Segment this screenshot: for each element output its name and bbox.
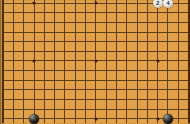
board-intersection[interactable]: [153, 114, 163, 124]
board-intersection[interactable]: [111, 0, 121, 8]
board-intersection[interactable]: [0, 85, 8, 95]
board-intersection[interactable]: [39, 95, 49, 105]
board-intersection[interactable]: [122, 66, 132, 76]
board-intersection[interactable]: [8, 114, 18, 124]
board-intersection[interactable]: [132, 56, 142, 66]
board-intersection[interactable]: [153, 8, 163, 18]
board-intersection[interactable]: [101, 27, 111, 37]
board-intersection[interactable]: [8, 85, 18, 95]
board-intersection[interactable]: [173, 85, 183, 95]
board-intersection[interactable]: [173, 8, 183, 18]
board-intersection[interactable]: [60, 27, 70, 37]
board-intersection[interactable]: [163, 47, 173, 57]
board-intersection[interactable]: [80, 85, 90, 95]
board-intersection[interactable]: [0, 8, 8, 18]
go-board-screenshot: 24: [0, 0, 190, 124]
board-intersection[interactable]: [50, 47, 60, 57]
board-intersection[interactable]: [0, 66, 8, 76]
board-intersection[interactable]: [163, 18, 173, 28]
board-intersection[interactable]: [111, 104, 121, 114]
board-intersection[interactable]: [91, 47, 101, 57]
board-intersection[interactable]: [39, 75, 49, 85]
board-intersection[interactable]: [153, 95, 163, 105]
board-intersection[interactable]: [91, 104, 101, 114]
board-intersection[interactable]: [60, 56, 70, 66]
board-intersection[interactable]: [0, 37, 8, 47]
board-intersection[interactable]: [29, 27, 39, 37]
board-intersection[interactable]: [91, 56, 101, 66]
board-intersection[interactable]: [142, 27, 152, 37]
board-intersection[interactable]: [91, 75, 101, 85]
board-intersection[interactable]: [29, 0, 39, 8]
board-intersection[interactable]: [173, 66, 183, 76]
board-intersection[interactable]: [142, 56, 152, 66]
stone-white-R16: 4: [163, 0, 173, 8]
board-intersection[interactable]: [70, 85, 80, 95]
board-intersection[interactable]: [173, 27, 183, 37]
board-intersection[interactable]: [60, 75, 70, 85]
board-intersection[interactable]: [122, 114, 132, 124]
board-intersection[interactable]: [70, 114, 80, 124]
board-intersection[interactable]: [60, 47, 70, 57]
board-intersection[interactable]: [101, 56, 111, 66]
board-intersection[interactable]: [153, 75, 163, 85]
board-intersection[interactable]: [111, 66, 121, 76]
board-intersection[interactable]: [8, 47, 18, 57]
board-intersection[interactable]: [173, 37, 183, 47]
board-intersection[interactable]: [101, 47, 111, 57]
board-intersection[interactable]: [153, 18, 163, 28]
board-intersection[interactable]: [183, 95, 190, 105]
board-intersection[interactable]: [0, 95, 8, 105]
board-intersection[interactable]: [70, 75, 80, 85]
board-intersection[interactable]: [0, 18, 8, 28]
board-intersection[interactable]: [19, 8, 29, 18]
board-intersection[interactable]: [132, 66, 142, 76]
board-intersection[interactable]: [0, 56, 8, 66]
board-intersection[interactable]: [80, 95, 90, 105]
board-intersection[interactable]: 4: [163, 0, 173, 8]
board-intersection[interactable]: [91, 37, 101, 47]
board-intersection[interactable]: [183, 8, 190, 18]
board-intersection[interactable]: [91, 27, 101, 37]
board-intersection[interactable]: [142, 0, 152, 8]
board-intersection[interactable]: [91, 114, 101, 124]
board-intersection[interactable]: [80, 66, 90, 76]
board-intersection[interactable]: [50, 37, 60, 47]
board-intersection[interactable]: 2: [153, 0, 163, 8]
board-intersection[interactable]: [142, 37, 152, 47]
board-intersection[interactable]: [101, 37, 111, 47]
star-point: [33, 59, 36, 62]
board-intersection[interactable]: [183, 85, 190, 95]
board-intersection[interactable]: [50, 95, 60, 105]
board-intersection[interactable]: [39, 66, 49, 76]
board-intersection[interactable]: [60, 18, 70, 28]
board-intersection[interactable]: [101, 8, 111, 18]
board-intersection[interactable]: [142, 85, 152, 95]
board-intersection[interactable]: [70, 47, 80, 57]
board-intersection[interactable]: [91, 66, 101, 76]
board-intersection[interactable]: [183, 27, 190, 37]
board-intersection[interactable]: [163, 95, 173, 105]
board-intersection[interactable]: [8, 104, 18, 114]
board-intersection[interactable]: [111, 114, 121, 124]
board-intersection[interactable]: [111, 95, 121, 105]
board-intersection[interactable]: [19, 114, 29, 124]
board-intersection[interactable]: [70, 66, 80, 76]
star-point: [33, 2, 36, 5]
board-intersection[interactable]: [163, 27, 173, 37]
board-intersection[interactable]: [132, 27, 142, 37]
board-intersection[interactable]: [80, 47, 90, 57]
board-intersection[interactable]: [80, 75, 90, 85]
board-intersection[interactable]: [70, 104, 80, 114]
board-intersection[interactable]: [80, 104, 90, 114]
board-intersection[interactable]: [101, 95, 111, 105]
board-intersection[interactable]: [8, 18, 18, 28]
board-intersection[interactable]: [80, 27, 90, 37]
board-intersection[interactable]: [163, 8, 173, 18]
board-intersection[interactable]: [153, 85, 163, 95]
board-intersection[interactable]: [8, 66, 18, 76]
board-intersection[interactable]: [19, 37, 29, 47]
star-point: [156, 59, 159, 62]
board-intersection[interactable]: [19, 95, 29, 105]
board-intersection[interactable]: [60, 37, 70, 47]
board-intersection[interactable]: [183, 56, 190, 66]
board-intersection[interactable]: [163, 114, 173, 124]
board-intersection[interactable]: [39, 0, 49, 8]
board-intersection[interactable]: [60, 104, 70, 114]
board-intersection[interactable]: [19, 18, 29, 28]
board-intersection[interactable]: [70, 95, 80, 105]
board-intersection[interactable]: [132, 18, 142, 28]
board-intersection[interactable]: [101, 66, 111, 76]
board-intersection[interactable]: [132, 95, 142, 105]
board-intersection[interactable]: [101, 75, 111, 85]
board-intersection[interactable]: [8, 37, 18, 47]
board-intersection[interactable]: [60, 95, 70, 105]
board-intersection[interactable]: [39, 47, 49, 57]
board-intersection[interactable]: [91, 8, 101, 18]
board-intersection[interactable]: [39, 18, 49, 28]
board-intersection[interactable]: [101, 104, 111, 114]
board-intersection[interactable]: [111, 56, 121, 66]
board-intersection[interactable]: [0, 0, 8, 8]
board-intersection[interactable]: [132, 85, 142, 95]
board-intersection[interactable]: [122, 56, 132, 66]
board-intersection[interactable]: [101, 18, 111, 28]
board-intersection[interactable]: [122, 27, 132, 37]
board-intersection[interactable]: [122, 95, 132, 105]
board-intersection[interactable]: [173, 75, 183, 85]
board-intersection[interactable]: [19, 47, 29, 57]
board-intersection[interactable]: [60, 8, 70, 18]
board-intersection[interactable]: [91, 95, 101, 105]
board-intersection[interactable]: [8, 0, 18, 8]
board-intersection[interactable]: [29, 66, 39, 76]
board-intersection[interactable]: [80, 0, 90, 8]
board-intersection[interactable]: [80, 18, 90, 28]
board-intersection[interactable]: [173, 114, 183, 124]
board-intersection[interactable]: [0, 47, 8, 57]
board-intersection[interactable]: [50, 66, 60, 76]
board-intersection[interactable]: [111, 85, 121, 95]
board-intersection[interactable]: [60, 66, 70, 76]
board-intersection[interactable]: [29, 37, 39, 47]
board-intersection[interactable]: [173, 0, 183, 8]
board-intersection[interactable]: [29, 56, 39, 66]
board-intersection[interactable]: [153, 104, 163, 114]
board-intersection[interactable]: [173, 47, 183, 57]
board-intersection[interactable]: [122, 37, 132, 47]
board-intersection[interactable]: [163, 66, 173, 76]
board-intersection[interactable]: [29, 104, 39, 114]
move-number-label: 4: [166, 0, 169, 6]
board-intersection[interactable]: [60, 0, 70, 8]
board-intersection[interactable]: [8, 75, 18, 85]
board-intersection[interactable]: [70, 27, 80, 37]
board-intersection[interactable]: [163, 37, 173, 47]
board-intersection[interactable]: [50, 114, 60, 124]
board-intersection[interactable]: [0, 75, 8, 85]
board-intersection[interactable]: [80, 37, 90, 47]
board-intersection[interactable]: [111, 18, 121, 28]
board-intersection[interactable]: [173, 95, 183, 105]
board-intersection[interactable]: [19, 75, 29, 85]
star-point: [94, 59, 97, 62]
board-intersection[interactable]: [91, 18, 101, 28]
board-intersection[interactable]: [19, 27, 29, 37]
board-intersection[interactable]: [91, 85, 101, 95]
board-intersection[interactable]: [29, 47, 39, 57]
board-intersection[interactable]: [50, 85, 60, 95]
board-intersection[interactable]: [132, 37, 142, 47]
go-board[interactable]: 24: [0, 0, 190, 123]
board-intersection[interactable]: [50, 8, 60, 18]
board-intersection[interactable]: [142, 47, 152, 57]
board-intersection[interactable]: [29, 8, 39, 18]
board-intersection[interactable]: [122, 75, 132, 85]
board-intersection[interactable]: [153, 56, 163, 66]
board-intersection[interactable]: [29, 114, 39, 124]
board-intersection[interactable]: [153, 27, 163, 37]
board-intersection[interactable]: [60, 114, 70, 124]
board-intersection[interactable]: [29, 95, 39, 105]
board-intersection[interactable]: [70, 18, 80, 28]
board-intersection[interactable]: [39, 37, 49, 47]
board-intersection[interactable]: [101, 0, 111, 8]
board-intersection[interactable]: [132, 8, 142, 18]
board-intersection[interactable]: [70, 37, 80, 47]
board-intersection[interactable]: [50, 0, 60, 8]
board-intersection[interactable]: [142, 18, 152, 28]
board-intersection[interactable]: [183, 114, 190, 124]
board-intersection[interactable]: [50, 104, 60, 114]
board-intersection[interactable]: [183, 47, 190, 57]
board-intersection[interactable]: [183, 75, 190, 85]
board-intersection[interactable]: [173, 56, 183, 66]
stone-white-Q16: 2: [153, 0, 163, 8]
board-intersection[interactable]: [19, 56, 29, 66]
board-intersection[interactable]: [183, 104, 190, 114]
board-intersection[interactable]: [50, 75, 60, 85]
board-intersection[interactable]: [8, 95, 18, 105]
board-intersection[interactable]: [60, 85, 70, 95]
board-intersection[interactable]: [132, 75, 142, 85]
board-intersection[interactable]: [111, 8, 121, 18]
board-intersection[interactable]: [50, 56, 60, 66]
board-intersection[interactable]: [163, 75, 173, 85]
board-intersection[interactable]: [183, 0, 190, 8]
board-intersection[interactable]: [122, 8, 132, 18]
board-intersection[interactable]: [132, 114, 142, 124]
board-intersection[interactable]: [173, 104, 183, 114]
board-intersection[interactable]: [8, 8, 18, 18]
board-intersection[interactable]: [0, 27, 8, 37]
board-intersection[interactable]: [183, 37, 190, 47]
board-intersection[interactable]: [8, 56, 18, 66]
board-intersection[interactable]: [29, 18, 39, 28]
board-intersection[interactable]: [153, 37, 163, 47]
board-intersection[interactable]: [91, 0, 101, 8]
board-intersection[interactable]: [111, 47, 121, 57]
board-intersection[interactable]: [163, 104, 173, 114]
board-intersection[interactable]: [132, 0, 142, 8]
star-point: [156, 117, 159, 120]
board-intersection[interactable]: [70, 0, 80, 8]
board-intersection[interactable]: [50, 27, 60, 37]
board-intersection[interactable]: [70, 56, 80, 66]
board-intersection[interactable]: [111, 27, 121, 37]
board-intersection[interactable]: [163, 85, 173, 95]
board-intersection[interactable]: [122, 104, 132, 114]
board-intersection[interactable]: [19, 66, 29, 76]
board-intersection[interactable]: [111, 37, 121, 47]
star-point: [94, 117, 97, 120]
board-intersection[interactable]: [142, 66, 152, 76]
board-intersection[interactable]: [122, 0, 132, 8]
board-intersection[interactable]: [153, 66, 163, 76]
board-intersection[interactable]: [142, 75, 152, 85]
board-intersection[interactable]: [80, 8, 90, 18]
board-intersection[interactable]: [39, 85, 49, 95]
board-intersection[interactable]: [173, 18, 183, 28]
board-intersection[interactable]: [183, 18, 190, 28]
board-intersection[interactable]: [0, 104, 8, 114]
board-intersection[interactable]: [163, 56, 173, 66]
board-intersection[interactable]: [142, 114, 152, 124]
board-intersection[interactable]: [111, 75, 121, 85]
board-intersection[interactable]: [39, 114, 49, 124]
board-intersection[interactable]: [29, 75, 39, 85]
board-intersection[interactable]: [183, 66, 190, 76]
board-intersection[interactable]: [19, 0, 29, 8]
board-intersection[interactable]: [19, 104, 29, 114]
board-intersection[interactable]: [39, 8, 49, 18]
board-intersection[interactable]: [132, 104, 142, 114]
board-intersection[interactable]: [142, 95, 152, 105]
board-intersection[interactable]: [153, 47, 163, 57]
board-intersection[interactable]: [39, 56, 49, 66]
stone-black-D4: [29, 114, 39, 124]
board-intersection[interactable]: [122, 47, 132, 57]
board-intersection[interactable]: [70, 8, 80, 18]
board-intersection[interactable]: [122, 85, 132, 95]
board-intersection[interactable]: [80, 114, 90, 124]
stone-black-R4: [163, 114, 173, 124]
board-intersection[interactable]: [0, 114, 8, 124]
board-intersection[interactable]: [39, 27, 49, 37]
board-intersection[interactable]: [122, 18, 132, 28]
board-intersection[interactable]: [132, 47, 142, 57]
board-intersection[interactable]: [101, 114, 111, 124]
board-intersection[interactable]: [19, 85, 29, 95]
board-intersection[interactable]: [142, 104, 152, 114]
move-number-label: 2: [156, 0, 159, 6]
board-intersection[interactable]: [8, 27, 18, 37]
board-intersection[interactable]: [39, 104, 49, 114]
board-intersection[interactable]: [142, 8, 152, 18]
board-intersection[interactable]: [29, 85, 39, 95]
board-intersection[interactable]: [101, 85, 111, 95]
board-intersection[interactable]: [50, 18, 60, 28]
board-intersection[interactable]: [80, 56, 90, 66]
star-point: [94, 2, 97, 5]
